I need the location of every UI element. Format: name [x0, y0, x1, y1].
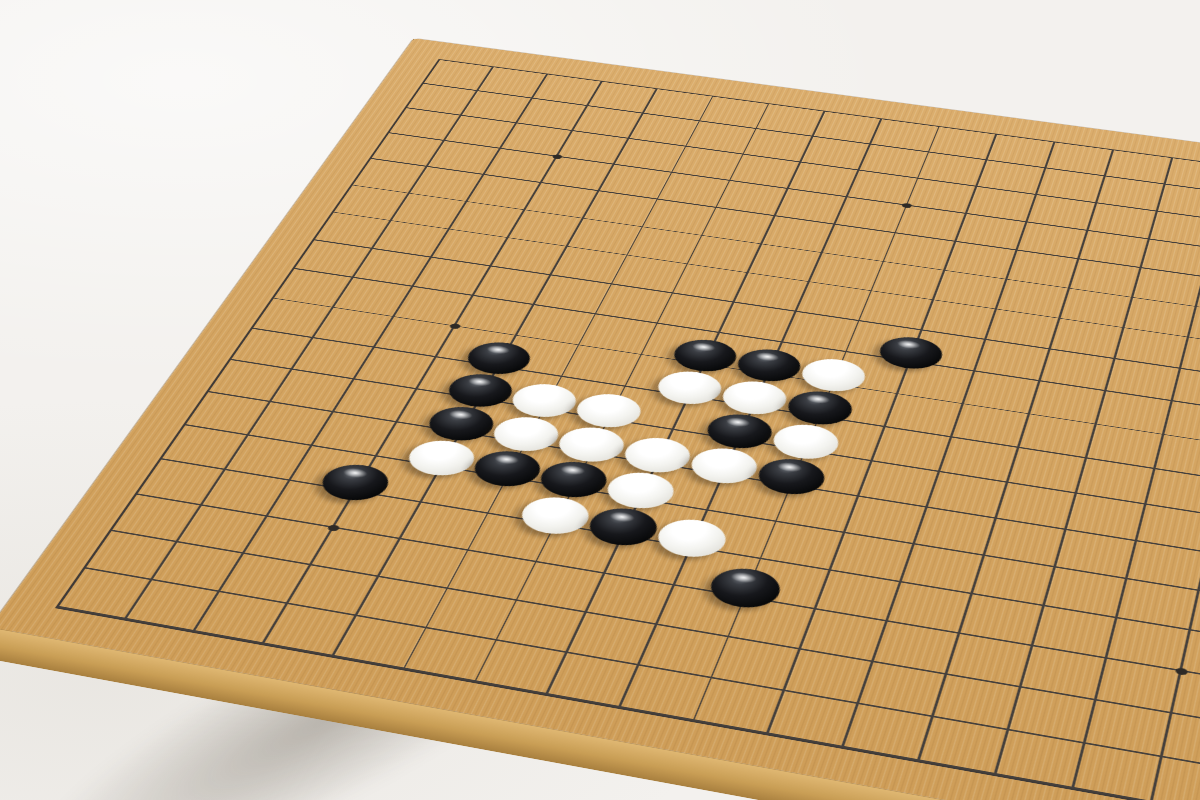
stone-highlight	[818, 361, 844, 372]
stone-highlight	[625, 475, 653, 488]
stone-highlight	[690, 342, 716, 353]
stone-highlight	[540, 499, 569, 512]
stone-highlight	[446, 409, 474, 421]
stone-highlight	[484, 344, 511, 355]
stone-highlight	[895, 339, 921, 350]
stone-highlight	[529, 386, 556, 398]
stone-highlight	[790, 427, 817, 439]
stone-highlight	[492, 453, 520, 465]
stone-highlight	[729, 571, 758, 585]
stone-highlight	[724, 416, 751, 428]
stone-highlight	[340, 467, 369, 480]
stone-highlight	[607, 511, 636, 524]
stone-highlight	[576, 429, 604, 441]
stone-highlight	[739, 383, 766, 395]
stone-highlight	[676, 522, 705, 535]
stone-highlight	[427, 443, 455, 455]
stone-highlight	[754, 351, 780, 362]
stone-highlight	[642, 440, 670, 452]
stone-highlight	[804, 393, 831, 405]
go-board	[0, 38, 1200, 800]
stone-highlight	[708, 450, 736, 462]
stone-highlight	[466, 376, 493, 388]
stone-highlight	[511, 419, 539, 431]
scene	[0, 0, 1200, 800]
stone-highlight	[558, 464, 586, 477]
stone-highlight	[675, 373, 702, 385]
stone-highlight	[594, 396, 621, 408]
stone-highlight	[775, 461, 803, 473]
